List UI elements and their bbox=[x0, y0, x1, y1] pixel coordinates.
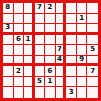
cell-r7c8-empty[interactable] bbox=[77, 66, 88, 77]
cell-r9c9-empty[interactable] bbox=[87, 87, 98, 98]
cell-r7c1-empty[interactable] bbox=[3, 66, 14, 77]
cell-r2c6-empty[interactable] bbox=[56, 14, 67, 25]
cell-r3c3-empty[interactable] bbox=[24, 24, 35, 35]
cell-r5c9-given-5[interactable]: 5 bbox=[87, 45, 98, 56]
cell-r3c5-empty[interactable] bbox=[45, 24, 56, 35]
cell-r1c2-empty[interactable] bbox=[14, 3, 25, 14]
cell-r3c7-empty[interactable] bbox=[66, 24, 77, 35]
cell-r6c7-empty[interactable] bbox=[66, 56, 77, 67]
cell-r6c5-empty[interactable] bbox=[45, 56, 56, 67]
cell-r5c4-empty[interactable] bbox=[35, 45, 46, 56]
cell-r7c2-given-2[interactable]: 2 bbox=[14, 66, 25, 77]
cell-r8c3-empty[interactable] bbox=[24, 77, 35, 88]
cell-r5c5-empty[interactable] bbox=[45, 45, 56, 56]
cell-r9c5-empty[interactable] bbox=[45, 87, 56, 98]
cell-r2c8-given-1[interactable]: 1 bbox=[77, 14, 88, 25]
cell-r2c1-empty[interactable] bbox=[3, 14, 14, 25]
cell-r8c2-empty[interactable] bbox=[14, 77, 25, 88]
cell-r3c2-empty[interactable] bbox=[14, 24, 25, 35]
cell-r6c3-empty[interactable] bbox=[24, 56, 35, 67]
cell-r1c8-empty[interactable] bbox=[77, 3, 88, 14]
cell-r5c6-given-7[interactable]: 7 bbox=[56, 45, 67, 56]
cell-r2c5-empty[interactable] bbox=[45, 14, 56, 25]
cell-r7c6-empty[interactable] bbox=[56, 66, 67, 77]
cell-r4c7-empty[interactable] bbox=[66, 35, 77, 46]
cell-r4c5-empty[interactable] bbox=[45, 35, 56, 46]
cell-r5c3-empty[interactable] bbox=[24, 45, 35, 56]
cell-r2c9-empty[interactable] bbox=[87, 14, 98, 25]
cell-r6c1-empty[interactable] bbox=[3, 56, 14, 67]
cell-r1c6-empty[interactable] bbox=[56, 3, 67, 14]
cell-r9c6-empty[interactable] bbox=[56, 87, 67, 98]
sudoku-board: 87213617549267513 bbox=[0, 0, 101, 101]
cell-r3c9-empty[interactable] bbox=[87, 24, 98, 35]
cell-r4c4-empty[interactable] bbox=[35, 35, 46, 46]
cell-r5c2-empty[interactable] bbox=[14, 45, 25, 56]
cell-r4c3-given-1[interactable]: 1 bbox=[24, 35, 35, 46]
cell-r8c7-empty[interactable] bbox=[66, 77, 77, 88]
cell-r5c1-empty[interactable] bbox=[3, 45, 14, 56]
cell-r2c3-empty[interactable] bbox=[24, 14, 35, 25]
cell-r6c6-given-4[interactable]: 4 bbox=[56, 56, 67, 67]
cell-r1c9-empty[interactable] bbox=[87, 3, 98, 14]
sudoku-puzzle: 87213617549267513 bbox=[0, 0, 101, 101]
cell-r8c6-empty[interactable] bbox=[56, 77, 67, 88]
cell-r1c1-given-8[interactable]: 8 bbox=[3, 3, 14, 14]
cell-r7c3-empty[interactable] bbox=[24, 66, 35, 77]
cell-r1c4-given-7[interactable]: 7 bbox=[35, 3, 46, 14]
cell-r6c4-empty[interactable] bbox=[35, 56, 46, 67]
cell-r3c8-empty[interactable] bbox=[77, 24, 88, 35]
cell-r1c5-given-2[interactable]: 2 bbox=[45, 3, 56, 14]
cell-r2c7-empty[interactable] bbox=[66, 14, 77, 25]
cell-r7c5-given-6[interactable]: 6 bbox=[45, 66, 56, 77]
cell-r2c4-empty[interactable] bbox=[35, 14, 46, 25]
cell-r6c9-empty[interactable] bbox=[87, 56, 98, 67]
cell-r6c8-given-9[interactable]: 9 bbox=[77, 56, 88, 67]
cell-r4c8-empty[interactable] bbox=[77, 35, 88, 46]
cell-r1c7-empty[interactable] bbox=[66, 3, 77, 14]
cell-r8c9-empty[interactable] bbox=[87, 77, 98, 88]
cell-r9c3-empty[interactable] bbox=[24, 87, 35, 98]
cell-r1c3-empty[interactable] bbox=[24, 3, 35, 14]
cell-r8c5-given-1[interactable]: 1 bbox=[45, 77, 56, 88]
cell-r9c4-empty[interactable] bbox=[35, 87, 46, 98]
cell-r8c4-given-5[interactable]: 5 bbox=[35, 77, 46, 88]
cell-r3c4-empty[interactable] bbox=[35, 24, 46, 35]
cell-r3c6-empty[interactable] bbox=[56, 24, 67, 35]
cell-r4c1-empty[interactable] bbox=[3, 35, 14, 46]
cell-r7c4-empty[interactable] bbox=[35, 66, 46, 77]
cell-r7c9-given-7[interactable]: 7 bbox=[87, 66, 98, 77]
cell-r5c8-empty[interactable] bbox=[77, 45, 88, 56]
cell-r4c2-given-6[interactable]: 6 bbox=[14, 35, 25, 46]
cell-r4c9-empty[interactable] bbox=[87, 35, 98, 46]
cell-r6c2-empty[interactable] bbox=[14, 56, 25, 67]
cell-r9c2-empty[interactable] bbox=[14, 87, 25, 98]
cell-r4c6-empty[interactable] bbox=[56, 35, 67, 46]
cell-r8c8-empty[interactable] bbox=[77, 77, 88, 88]
cell-r5c7-empty[interactable] bbox=[66, 45, 77, 56]
cell-r2c2-empty[interactable] bbox=[14, 14, 25, 25]
cell-r9c8-empty[interactable] bbox=[77, 87, 88, 98]
cell-r3c1-given-3[interactable]: 3 bbox=[3, 24, 14, 35]
cell-r8c1-empty[interactable] bbox=[3, 77, 14, 88]
cell-r9c1-empty[interactable] bbox=[3, 87, 14, 98]
cell-r9c7-given-3[interactable]: 3 bbox=[66, 87, 77, 98]
cell-r7c7-empty[interactable] bbox=[66, 66, 77, 77]
